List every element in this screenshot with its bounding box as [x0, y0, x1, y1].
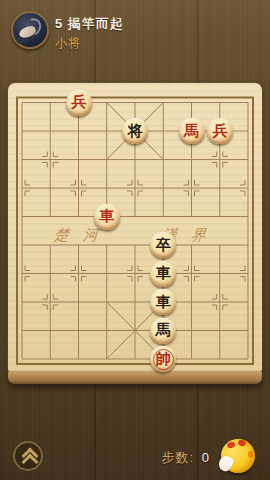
level-title: 5 揭竿而起: [55, 15, 124, 33]
piece-glyph: 兵: [212, 124, 227, 139]
red-spot-icon: [237, 439, 246, 447]
piece-red-兵[interactable]: 兵: [66, 90, 92, 116]
piece-black-将[interactable]: 将: [122, 118, 148, 144]
piece-glyph: 卒: [156, 238, 171, 253]
piece-glyph: 馬: [156, 323, 171, 338]
xiangqi-board[interactable]: 楚河 漢界 兵将馬兵車卒車車馬帥: [8, 83, 262, 384]
piece-red-車[interactable]: 車: [94, 204, 120, 230]
move-counter-value: 0: [202, 450, 210, 465]
piece-red-馬[interactable]: 馬: [179, 118, 205, 144]
piece-glyph: 将: [128, 124, 143, 139]
mascot-bonus-button[interactable]: [221, 439, 255, 473]
piece-red-兵[interactable]: 兵: [207, 118, 233, 144]
white-wing-icon: [216, 454, 235, 473]
piece-glyph: 兵: [71, 95, 86, 110]
player-avatar[interactable]: [11, 11, 49, 49]
player-rank-label: 小将: [55, 35, 81, 52]
move-counter-label: 步数:: [162, 450, 195, 465]
orange-spot-icon: [248, 451, 253, 458]
red-spot-icon: [226, 441, 236, 449]
xiangqi-app: 5 揭竿而起 小将 楚河 漢界 兵将馬兵車卒車車馬帥: [0, 0, 270, 480]
piece-black-車[interactable]: 車: [150, 261, 176, 287]
piece-glyph: 車: [156, 295, 171, 310]
piece-glyph: 車: [99, 209, 114, 224]
collapse-panel-button[interactable]: [13, 441, 43, 471]
piece-glyph: 馬: [184, 124, 199, 139]
piece-black-馬[interactable]: 馬: [150, 318, 176, 344]
move-counter: 步数: 0: [162, 449, 210, 467]
piece-glyph: 車: [156, 266, 171, 281]
piece-glyph: 帥: [156, 352, 171, 367]
